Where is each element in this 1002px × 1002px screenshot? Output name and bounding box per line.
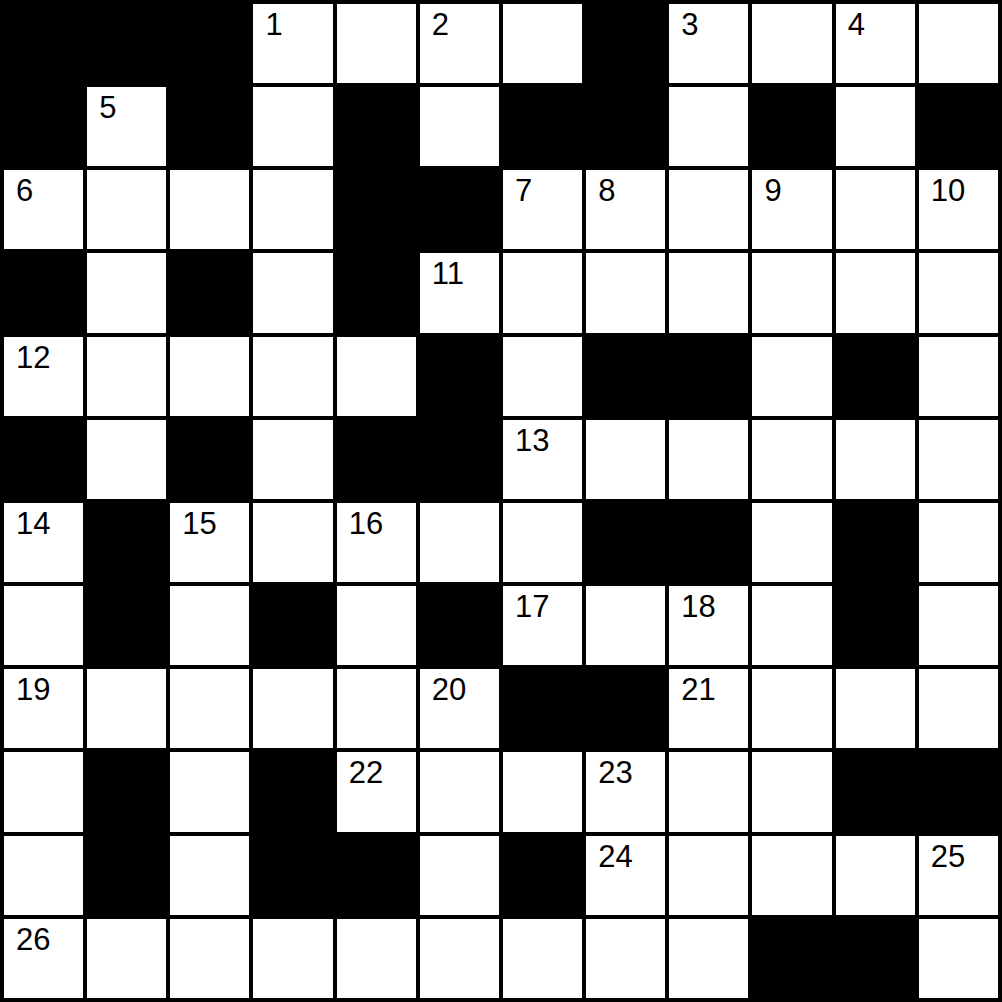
block-cell: [253, 586, 332, 665]
crossword-cell[interactable]: [752, 836, 831, 915]
block-cell: [586, 669, 665, 748]
crossword-cell[interactable]: 6: [4, 170, 83, 249]
clue-number: 9: [764, 173, 781, 209]
crossword-cell[interactable]: [87, 170, 166, 249]
crossword-cell[interactable]: [752, 337, 831, 416]
block-cell: [337, 170, 416, 249]
clue-number: 10: [931, 173, 965, 209]
crossword-cell[interactable]: [752, 253, 831, 332]
block-cell: [87, 752, 166, 831]
crossword-cell[interactable]: 3: [669, 4, 748, 83]
clue-number: 15: [182, 506, 216, 542]
block-cell: [253, 752, 332, 831]
crossword-cell[interactable]: [4, 752, 83, 831]
crossword-cell[interactable]: [337, 337, 416, 416]
crossword-cell[interactable]: [253, 253, 332, 332]
crossword-cell[interactable]: [836, 170, 915, 249]
block-cell: [586, 87, 665, 166]
crossword-cell[interactable]: [836, 669, 915, 748]
crossword-cell[interactable]: [4, 836, 83, 915]
block-cell: [420, 170, 499, 249]
crossword-cell[interactable]: [669, 253, 748, 332]
crossword-cell[interactable]: 7: [503, 170, 582, 249]
crossword-cell[interactable]: 24: [586, 836, 665, 915]
clue-number: 21: [681, 672, 715, 708]
crossword-cell[interactable]: [420, 503, 499, 582]
crossword-cell[interactable]: 21: [669, 669, 748, 748]
crossword-board: 1234567891011121314151617181920212223242…: [0, 0, 1002, 1002]
crossword-cell[interactable]: [420, 836, 499, 915]
crossword-cell[interactable]: [87, 919, 166, 998]
crossword-cell[interactable]: [836, 836, 915, 915]
block-cell: [170, 420, 249, 499]
clue-number: 3: [681, 7, 698, 43]
block-cell: [4, 4, 83, 83]
clue-number: 7: [515, 173, 532, 209]
crossword-cell[interactable]: [586, 420, 665, 499]
crossword-cell[interactable]: [170, 752, 249, 831]
crossword-cell[interactable]: [919, 253, 998, 332]
clue-number: 25: [931, 839, 965, 875]
clue-number: 2: [432, 7, 449, 43]
block-cell: [586, 503, 665, 582]
block-cell: [836, 752, 915, 831]
block-cell: [836, 586, 915, 665]
block-cell: [337, 253, 416, 332]
crossword-cell[interactable]: [503, 752, 582, 831]
crossword-cell[interactable]: [919, 420, 998, 499]
clue-number: 11: [432, 256, 464, 292]
block-cell: [4, 87, 83, 166]
clue-number: 12: [16, 340, 50, 376]
crossword-cell[interactable]: 19: [4, 669, 83, 748]
crossword-cell[interactable]: [420, 919, 499, 998]
block-cell: [170, 253, 249, 332]
block-cell: [669, 503, 748, 582]
block-cell: [836, 337, 915, 416]
crossword-cell[interactable]: [170, 586, 249, 665]
crossword-cell[interactable]: [420, 752, 499, 831]
crossword-cell[interactable]: 18: [669, 586, 748, 665]
crossword-cell[interactable]: [170, 170, 249, 249]
crossword-cell[interactable]: 14: [4, 503, 83, 582]
block-cell: [87, 836, 166, 915]
crossword-cell[interactable]: [669, 170, 748, 249]
crossword-cell[interactable]: 9: [752, 170, 831, 249]
block-cell: [87, 586, 166, 665]
crossword-cell[interactable]: [337, 586, 416, 665]
crossword-cell[interactable]: 15: [170, 503, 249, 582]
crossword-cell[interactable]: [752, 752, 831, 831]
crossword-cell[interactable]: 1: [253, 4, 332, 83]
crossword-cell[interactable]: [253, 87, 332, 166]
clue-number: 8: [598, 173, 615, 209]
clue-number: 19: [16, 672, 50, 708]
crossword-cell[interactable]: [170, 836, 249, 915]
clue-number: 22: [349, 755, 383, 791]
clue-number: 1: [265, 7, 282, 43]
crossword-cell[interactable]: [503, 253, 582, 332]
clue-number: 26: [16, 922, 50, 958]
crossword-cell[interactable]: [337, 4, 416, 83]
crossword-cell[interactable]: [836, 253, 915, 332]
clue-number: 6: [16, 173, 33, 209]
crossword-cell[interactable]: [752, 420, 831, 499]
crossword-cell[interactable]: [87, 669, 166, 748]
block-cell: [836, 503, 915, 582]
crossword-cell[interactable]: [586, 919, 665, 998]
crossword-cell[interactable]: 22: [337, 752, 416, 831]
block-cell: [170, 87, 249, 166]
crossword-cell[interactable]: 12: [4, 337, 83, 416]
crossword-cell[interactable]: 25: [919, 836, 998, 915]
crossword-cell[interactable]: [836, 87, 915, 166]
crossword-cell[interactable]: [170, 337, 249, 416]
block-cell: [253, 836, 332, 915]
clue-number: 17: [515, 589, 549, 625]
crossword-cell[interactable]: [836, 420, 915, 499]
crossword-cell[interactable]: [253, 503, 332, 582]
crossword-cell[interactable]: [752, 669, 831, 748]
block-cell: [586, 4, 665, 83]
crossword-cell[interactable]: [87, 420, 166, 499]
block-cell: [420, 337, 499, 416]
crossword-cell[interactable]: [503, 337, 582, 416]
crossword-cell[interactable]: [253, 669, 332, 748]
crossword-cell[interactable]: [669, 752, 748, 831]
crossword-cell[interactable]: 11: [420, 253, 499, 332]
block-cell: [420, 586, 499, 665]
crossword-cell[interactable]: 8: [586, 170, 665, 249]
crossword-cell[interactable]: 2: [420, 4, 499, 83]
clue-number: 20: [432, 672, 466, 708]
block-cell: [4, 253, 83, 332]
crossword-cell[interactable]: 16: [337, 503, 416, 582]
crossword-cell[interactable]: [87, 253, 166, 332]
block-cell: [836, 919, 915, 998]
crossword-cell[interactable]: [253, 919, 332, 998]
crossword-cell[interactable]: 17: [503, 586, 582, 665]
clue-number: 13: [515, 423, 549, 459]
crossword-cell[interactable]: 26: [4, 919, 83, 998]
block-cell: [87, 503, 166, 582]
crossword-cell[interactable]: [420, 87, 499, 166]
crossword-cell[interactable]: 13: [503, 420, 582, 499]
clue-number: 4: [848, 7, 865, 43]
block-cell: [337, 87, 416, 166]
clue-number: 5: [99, 90, 116, 126]
block-cell: [752, 87, 831, 166]
block-cell: [586, 337, 665, 416]
block-cell: [420, 420, 499, 499]
crossword-cell[interactable]: [586, 586, 665, 665]
crossword-cell[interactable]: 20: [420, 669, 499, 748]
clue-number: 14: [16, 506, 50, 542]
block-cell: [170, 4, 249, 83]
crossword-cell[interactable]: [170, 919, 249, 998]
crossword-cell[interactable]: [919, 337, 998, 416]
crossword-cell[interactable]: [669, 420, 748, 499]
crossword-cell[interactable]: [586, 253, 665, 332]
block-cell: [919, 752, 998, 831]
crossword-cell[interactable]: [669, 919, 748, 998]
block-cell: [752, 919, 831, 998]
crossword-cell[interactable]: [170, 669, 249, 748]
clue-number: 24: [598, 839, 632, 875]
block-cell: [337, 836, 416, 915]
crossword-cell[interactable]: [752, 4, 831, 83]
crossword-cell[interactable]: [4, 586, 83, 665]
crossword-cell[interactable]: [919, 503, 998, 582]
crossword-cell[interactable]: [669, 87, 748, 166]
crossword-cell[interactable]: [669, 836, 748, 915]
crossword-cell[interactable]: [337, 669, 416, 748]
block-cell: [919, 87, 998, 166]
crossword-cell[interactable]: [919, 4, 998, 83]
crossword-cell[interactable]: [253, 337, 332, 416]
crossword-cell[interactable]: 10: [919, 170, 998, 249]
block-cell: [87, 4, 166, 83]
crossword-cell[interactable]: [253, 420, 332, 499]
crossword-cell[interactable]: 5: [87, 87, 166, 166]
crossword-cell[interactable]: [919, 919, 998, 998]
crossword-cell[interactable]: [752, 503, 831, 582]
crossword-cell[interactable]: 23: [586, 752, 665, 831]
block-cell: [337, 420, 416, 499]
block-cell: [669, 337, 748, 416]
crossword-cell[interactable]: [503, 4, 582, 83]
clue-number: 16: [349, 506, 383, 542]
block-cell: [503, 87, 582, 166]
block-cell: [503, 836, 582, 915]
crossword-cell[interactable]: [919, 669, 998, 748]
crossword-cell[interactable]: [919, 586, 998, 665]
block-cell: [503, 669, 582, 748]
crossword-cell[interactable]: [503, 503, 582, 582]
clue-number: 23: [598, 755, 632, 791]
clue-number: 18: [681, 589, 715, 625]
crossword-cell[interactable]: [503, 919, 582, 998]
crossword-cell[interactable]: [752, 586, 831, 665]
crossword-cell[interactable]: [337, 919, 416, 998]
crossword-cell[interactable]: [253, 170, 332, 249]
crossword-cell[interactable]: [87, 337, 166, 416]
crossword-cell[interactable]: 4: [836, 4, 915, 83]
block-cell: [4, 420, 83, 499]
